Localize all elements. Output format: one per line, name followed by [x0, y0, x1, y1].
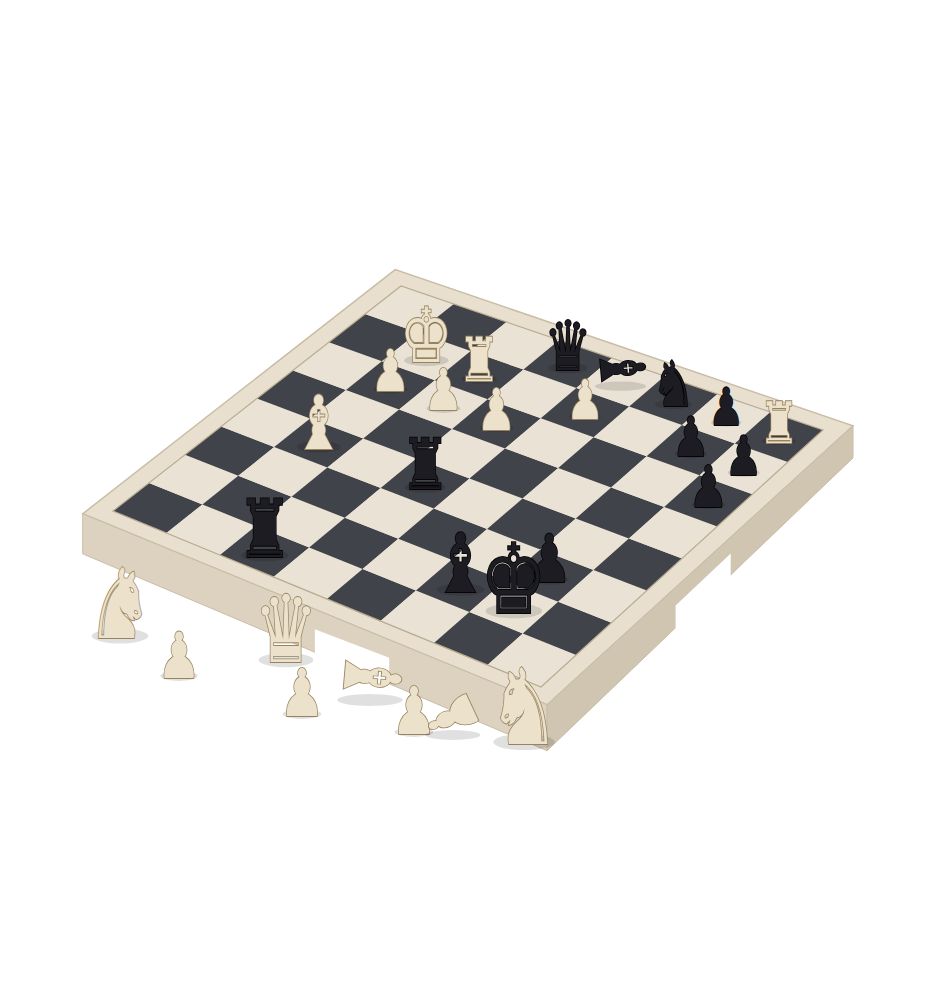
- piece-glyph-white-P: ♟: [157, 619, 201, 693]
- piece-glyph-white-P: ♟: [566, 368, 604, 432]
- piece-white-R-h8: ♜: [759, 390, 799, 456]
- chess-board-scene: ♚♛♜♝♟♞♟♟♟♟♜♝♟♟♜♟♜♟♝♚♞♛♟♝♟♟♟♞: [0, 0, 925, 1000]
- piece-black-P-h7: ♟: [725, 424, 763, 488]
- captured-white-P-1: ♟: [157, 619, 201, 693]
- piece-black-P-h6: ♟: [689, 453, 729, 520]
- piece-white-P-b6: ♟: [371, 337, 411, 404]
- piece-glyph-black-P: ♟: [689, 453, 729, 520]
- piece-white-P-e7: ♟: [566, 368, 604, 432]
- captured-white-N-7: ♞: [488, 646, 561, 768]
- piece-black-R-d4: ♜: [401, 424, 450, 506]
- piece-glyph-black-P: ♟: [725, 424, 763, 488]
- chess-set-product-photo: ♚♛♜♝♟♞♟♟♟♟♜♝♟♟♜♟♜♟♝♚♞♛♟♝♟♟♟♞: [0, 0, 925, 1000]
- captured-white-P-3: ♟: [279, 654, 325, 731]
- piece-black-K-g2: ♚: [480, 523, 547, 635]
- piece-white-P-c6: ♟: [424, 357, 464, 424]
- piece-glyph-white-N: ♞: [87, 548, 154, 660]
- piece-white-B-b4: ♝: [293, 379, 345, 466]
- piece-glyph-black-R: ♜: [401, 424, 450, 506]
- captured-white-N-0: ♞: [87, 548, 154, 660]
- piece-black-R-c1: ♜: [237, 482, 293, 576]
- piece-glyph-white-B: ♝: [293, 379, 345, 466]
- piece-glyph-white-P: ♟: [279, 654, 325, 731]
- piece-glyph-black-K: ♚: [480, 523, 547, 635]
- piece-glyph-white-P: ♟: [424, 357, 464, 424]
- piece-glyph-white-R: ♜: [759, 390, 799, 456]
- piece-glyph-black-R: ♜: [237, 482, 293, 576]
- piece-glyph-white-P: ♟: [371, 337, 411, 404]
- piece-glyph-white-P: ♟: [477, 376, 517, 443]
- piece-white-P-d6: ♟: [477, 376, 517, 443]
- piece-glyph-white-N: ♞: [488, 646, 561, 768]
